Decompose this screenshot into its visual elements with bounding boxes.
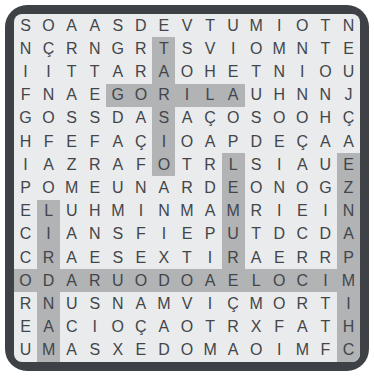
grid-cell[interactable]: O <box>106 316 129 339</box>
grid-cell[interactable]: A <box>129 292 152 315</box>
grid-cell[interactable]: E <box>175 223 198 246</box>
grid-cell[interactable]: G <box>106 84 129 107</box>
grid-cell[interactable]: D <box>152 269 175 292</box>
grid-cell[interactable]: A <box>60 84 83 107</box>
grid-cell[interactable]: N <box>314 84 337 107</box>
grid-cell[interactable]: I <box>14 153 37 176</box>
grid-cell[interactable]: A <box>314 130 337 153</box>
grid-cell[interactable]: O <box>291 176 314 199</box>
grid-cell[interactable]: Ç <box>337 107 360 130</box>
grid-cell[interactable]: I <box>314 200 337 223</box>
grid-cell[interactable]: Ç <box>129 130 152 153</box>
grid-cell[interactable]: I <box>152 130 175 153</box>
grid-cell[interactable]: S <box>106 223 129 246</box>
grid-cell[interactable]: S <box>152 107 175 130</box>
grid-cell[interactable]: N <box>106 292 129 315</box>
grid-cell[interactable]: I <box>199 246 222 269</box>
grid-cell[interactable]: T <box>314 316 337 339</box>
grid-cell[interactable]: O <box>37 14 60 37</box>
grid-cell[interactable]: R <box>152 84 175 107</box>
grid-cell[interactable]: E <box>14 316 37 339</box>
grid-cell[interactable]: G <box>314 176 337 199</box>
grid-cell[interactable]: E <box>268 246 291 269</box>
grid-cell[interactable]: N <box>129 176 152 199</box>
grid-cell[interactable]: O <box>152 153 175 176</box>
grid-cell[interactable]: Ç <box>129 316 152 339</box>
grid-cell[interactable]: E <box>337 153 360 176</box>
grid-cell[interactable]: N <box>337 200 360 223</box>
grid-cell[interactable]: O <box>129 269 152 292</box>
grid-cell[interactable]: H <box>268 84 291 107</box>
puzzle-frame: SOAASDEVTUMIOTNNÇRNGRTSVIOMNTEIITTARAOHE… <box>5 5 369 371</box>
grid-cell[interactable]: I <box>37 60 60 83</box>
grid-cell[interactable]: D <box>314 223 337 246</box>
grid-cell[interactable]: U <box>14 339 37 362</box>
grid-cell[interactable]: A <box>60 246 83 269</box>
grid-cell[interactable]: D <box>37 269 60 292</box>
grid-cell[interactable]: A <box>199 269 222 292</box>
grid-cell[interactable]: R <box>291 246 314 269</box>
grid-cell[interactable]: A <box>222 84 245 107</box>
grid-cell[interactable]: O <box>245 37 268 60</box>
grid-cell[interactable]: H <box>337 316 360 339</box>
grid-cell[interactable]: T <box>245 223 268 246</box>
grid-cell[interactable]: M <box>245 14 268 37</box>
grid-cell[interactable]: R <box>14 292 37 315</box>
grid-cell[interactable]: A <box>175 107 198 130</box>
grid-cell[interactable]: T <box>175 246 198 269</box>
grid-cell[interactable]: O <box>37 176 60 199</box>
grid-cell[interactable]: H <box>314 107 337 130</box>
grid-cell[interactable]: M <box>152 292 175 315</box>
grid-cell[interactable]: L <box>222 153 245 176</box>
grid-cell[interactable]: M <box>337 269 360 292</box>
grid-cell[interactable]: R <box>129 37 152 60</box>
grid-cell[interactable]: P <box>337 246 360 269</box>
grid-cell[interactable]: O <box>291 14 314 37</box>
grid-cell[interactable]: S <box>83 107 106 130</box>
grid-cell[interactable]: I <box>129 200 152 223</box>
grid-cell[interactable]: F <box>37 130 60 153</box>
grid-cell[interactable]: G <box>106 37 129 60</box>
grid-cell[interactable]: Z <box>60 153 83 176</box>
grid-cell[interactable]: S <box>106 14 129 37</box>
grid-cell[interactable]: H <box>83 200 106 223</box>
grid-cell[interactable]: I <box>83 316 106 339</box>
grid-cell[interactable]: R <box>60 37 83 60</box>
grid-cell[interactable]: U <box>245 84 268 107</box>
grid-cell[interactable]: I <box>268 14 291 37</box>
grid-cell[interactable]: N <box>337 14 360 37</box>
grid-cell[interactable]: D <box>268 223 291 246</box>
grid-cell[interactable]: C <box>291 269 314 292</box>
grid-cell[interactable]: G <box>14 107 37 130</box>
grid-cell[interactable]: F <box>14 84 37 107</box>
grid-cell[interactable]: C <box>60 316 83 339</box>
grid-cell[interactable]: O <box>268 107 291 130</box>
grid-cell[interactable]: O <box>268 269 291 292</box>
grid-cell[interactable]: A <box>37 153 60 176</box>
grid-cell[interactable]: A <box>37 316 60 339</box>
grid-cell[interactable]: F <box>83 130 106 153</box>
grid-cell[interactable]: A <box>291 153 314 176</box>
grid-cell[interactable]: I <box>314 269 337 292</box>
grid-cell[interactable]: R <box>245 200 268 223</box>
grid-cell[interactable]: T <box>314 37 337 60</box>
grid-cell[interactable]: E <box>291 200 314 223</box>
grid-cell[interactable]: I <box>37 223 60 246</box>
grid-cell[interactable]: A <box>337 130 360 153</box>
grid-cell[interactable]: I <box>152 223 175 246</box>
grid-cell[interactable]: P <box>14 176 37 199</box>
grid-cell[interactable]: E <box>83 84 106 107</box>
grid-cell[interactable]: U <box>222 223 245 246</box>
grid-cell[interactable]: U <box>106 176 129 199</box>
grid-cell[interactable]: L <box>199 84 222 107</box>
grid-cell[interactable]: A <box>199 130 222 153</box>
grid-cell[interactable]: A <box>199 200 222 223</box>
grid-cell[interactable]: E <box>14 200 37 223</box>
grid-cell[interactable]: E <box>222 176 245 199</box>
grid-cell[interactable]: I <box>222 37 245 60</box>
grid-cell[interactable]: T <box>199 316 222 339</box>
grid-cell[interactable]: H <box>199 60 222 83</box>
grid-cell[interactable]: V <box>175 14 198 37</box>
grid-cell[interactable]: R <box>199 153 222 176</box>
grid-cell[interactable]: I <box>268 339 291 362</box>
grid-cell[interactable]: P <box>199 223 222 246</box>
grid-cell[interactable]: T <box>175 153 198 176</box>
grid-cell[interactable]: N <box>83 223 106 246</box>
grid-cell[interactable]: S <box>245 153 268 176</box>
grid-cell[interactable]: E <box>129 246 152 269</box>
word-search-board: SOAASDEVTUMIOTNNÇRNGRTSVIOMNTEIITTARAOHE… <box>14 14 360 362</box>
grid-cell[interactable]: O <box>245 176 268 199</box>
grid-cell[interactable]: A <box>152 316 175 339</box>
grid-cell[interactable]: L <box>245 269 268 292</box>
grid-cell[interactable]: M <box>291 339 314 362</box>
grid-cell[interactable]: A <box>83 14 106 37</box>
grid-cell[interactable]: R <box>129 60 152 83</box>
grid-cell[interactable]: O <box>175 269 198 292</box>
grid-cell[interactable]: Ç <box>291 130 314 153</box>
grid-cell[interactable]: O <box>175 60 198 83</box>
grid-cell[interactable]: V <box>199 37 222 60</box>
grid-cell[interactable]: R <box>314 246 337 269</box>
grid-cell[interactable]: Ç <box>37 37 60 60</box>
grid-cell[interactable]: A <box>152 60 175 83</box>
grid-cell[interactable]: N <box>268 60 291 83</box>
grid-cell[interactable]: A <box>106 153 129 176</box>
grid-cell[interactable]: R <box>175 176 198 199</box>
grid-cell[interactable]: V <box>175 292 198 315</box>
grid-cell[interactable]: R <box>222 316 245 339</box>
grid-cell[interactable]: T <box>152 37 175 60</box>
grid-cell[interactable]: A <box>291 316 314 339</box>
grid-cell[interactable]: P <box>222 130 245 153</box>
grid-cell[interactable]: S <box>83 339 106 362</box>
grid-cell[interactable]: U <box>222 14 245 37</box>
grid-cell[interactable]: X <box>106 339 129 362</box>
grid-cell[interactable]: A <box>152 176 175 199</box>
grid-cell[interactable]: N <box>268 176 291 199</box>
grid-cell[interactable]: O <box>222 107 245 130</box>
grid-cell[interactable]: O <box>129 84 152 107</box>
grid-cell[interactable]: N <box>291 84 314 107</box>
grid-cell[interactable]: E <box>222 60 245 83</box>
grid-cell[interactable]: L <box>37 200 60 223</box>
grid-cell[interactable]: T <box>245 60 268 83</box>
grid-cell[interactable]: S <box>83 292 106 315</box>
grid-cell[interactable]: O <box>175 339 198 362</box>
grid-cell[interactable]: S <box>60 107 83 130</box>
grid-cell[interactable]: Z <box>337 176 360 199</box>
grid-cell[interactable]: E <box>222 269 245 292</box>
grid-cell[interactable]: R <box>83 153 106 176</box>
grid-cell[interactable]: U <box>60 200 83 223</box>
grid-cell[interactable]: U <box>106 269 129 292</box>
grid-cell[interactable]: C <box>14 246 37 269</box>
grid-cell[interactable]: R <box>222 246 245 269</box>
grid-cell[interactable]: E <box>152 14 175 37</box>
grid-cell[interactable]: T <box>199 14 222 37</box>
grid-cell[interactable]: S <box>175 37 198 60</box>
grid-cell[interactable]: D <box>129 14 152 37</box>
grid-cell[interactable]: M <box>37 339 60 362</box>
grid-cell[interactable]: D <box>245 130 268 153</box>
grid-cell[interactable]: T <box>83 60 106 83</box>
grid-cell[interactable]: J <box>337 84 360 107</box>
grid-cell[interactable]: O <box>14 269 37 292</box>
grid-cell[interactable]: N <box>37 292 60 315</box>
grid-cell[interactable]: O <box>37 107 60 130</box>
grid-cell[interactable]: M <box>222 200 245 223</box>
grid-cell[interactable]: A <box>337 223 360 246</box>
grid-cell[interactable]: X <box>245 316 268 339</box>
grid-cell[interactable]: C <box>291 223 314 246</box>
grid-cell[interactable]: I <box>14 60 37 83</box>
grid-cell[interactable]: A <box>60 223 83 246</box>
grid-cell[interactable]: O <box>175 130 198 153</box>
grid-cell[interactable]: A <box>245 246 268 269</box>
grid-cell[interactable]: U <box>60 292 83 315</box>
grid-cell[interactable]: D <box>199 176 222 199</box>
grid-cell[interactable]: F <box>268 316 291 339</box>
grid-cell[interactable]: Ç <box>199 107 222 130</box>
grid-cell[interactable]: I <box>337 292 360 315</box>
grid-cell[interactable]: E <box>268 130 291 153</box>
grid-cell[interactable]: E <box>129 339 152 362</box>
grid-cell[interactable]: D <box>106 107 129 130</box>
grid-cell[interactable]: E <box>83 176 106 199</box>
grid-cell[interactable]: U <box>337 60 360 83</box>
grid-cell[interactable]: C <box>14 223 37 246</box>
grid-cell[interactable]: O <box>245 339 268 362</box>
grid-cell[interactable]: Ç <box>222 292 245 315</box>
grid-cell[interactable]: S <box>106 246 129 269</box>
grid-cell[interactable]: M <box>268 37 291 60</box>
grid-cell[interactable]: D <box>152 339 175 362</box>
grid-cell[interactable]: C <box>337 339 360 362</box>
grid-cell[interactable]: N <box>83 37 106 60</box>
grid-cell[interactable]: I <box>268 153 291 176</box>
grid-cell[interactable]: A <box>129 107 152 130</box>
grid-cell[interactable]: R <box>291 292 314 315</box>
grid-cell[interactable]: A <box>60 339 83 362</box>
grid-cell[interactable]: O <box>291 107 314 130</box>
grid-cell[interactable]: F <box>129 223 152 246</box>
grid-cell[interactable]: O <box>268 292 291 315</box>
grid-cell[interactable]: I <box>268 200 291 223</box>
grid-cell[interactable]: M <box>106 200 129 223</box>
grid-cell[interactable]: E <box>83 246 106 269</box>
grid-cell[interactable]: I <box>199 292 222 315</box>
grid-cell[interactable]: M <box>175 200 198 223</box>
grid-cell[interactable]: N <box>152 200 175 223</box>
grid-cell[interactable]: E <box>60 130 83 153</box>
grid-cell[interactable]: T <box>60 60 83 83</box>
grid-cell[interactable]: I <box>291 60 314 83</box>
grid-cell[interactable]: R <box>83 269 106 292</box>
grid-cell[interactable]: A <box>106 130 129 153</box>
grid-cell[interactable]: N <box>14 37 37 60</box>
grid-cell[interactable]: S <box>245 107 268 130</box>
grid-cell[interactable]: H <box>14 130 37 153</box>
grid-cell[interactable]: S <box>14 14 37 37</box>
grid-cell[interactable]: A <box>60 14 83 37</box>
grid-cell[interactable]: N <box>291 37 314 60</box>
grid-cell[interactable]: F <box>314 339 337 362</box>
grid-cell[interactable]: T <box>314 14 337 37</box>
grid-cell[interactable]: M <box>199 339 222 362</box>
grid-cell[interactable]: E <box>337 37 360 60</box>
grid-cell[interactable]: F <box>129 153 152 176</box>
grid-cell[interactable]: A <box>106 60 129 83</box>
grid-cell[interactable]: O <box>314 60 337 83</box>
grid-cell[interactable]: A <box>222 339 245 362</box>
grid-cell[interactable]: T <box>314 292 337 315</box>
grid-cell[interactable]: M <box>60 176 83 199</box>
grid-cell[interactable]: O <box>175 316 198 339</box>
grid-cell[interactable]: M <box>245 292 268 315</box>
grid-cell[interactable]: R <box>37 246 60 269</box>
grid-cell[interactable]: X <box>152 246 175 269</box>
grid-cell[interactable]: U <box>314 153 337 176</box>
grid-cell[interactable]: A <box>60 269 83 292</box>
grid-cell[interactable]: N <box>37 84 60 107</box>
grid-cell[interactable]: I <box>175 84 198 107</box>
